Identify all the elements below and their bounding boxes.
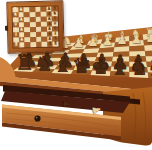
board-square bbox=[55, 65, 76, 70]
inset-black-rook: ♜ bbox=[54, 42, 58, 47]
inset-square: ♜ bbox=[53, 41, 59, 46]
board-square bbox=[129, 67, 148, 73]
board-square bbox=[145, 50, 152, 56]
board-square bbox=[111, 62, 129, 67]
board-square bbox=[76, 62, 95, 67]
inset-board: ♜♟♟♜♞♟♟♞♝♟♟♝♛♟♟♛♚♟♟♚♝♟♟♝♞♟♟♞♜♟♟♜ bbox=[11, 5, 59, 48]
board-square bbox=[80, 53, 98, 58]
inset-white-rook: ♜ bbox=[14, 43, 18, 48]
board-square bbox=[92, 66, 111, 71]
board-square bbox=[95, 57, 113, 62]
drawer-knob[interactable] bbox=[34, 115, 40, 121]
inset-wall-board: ♜♟♟♜♞♟♟♞♝♟♟♝♛♟♟♛♚♟♟♚♝♟♟♝♞♟♟♞♜♟♟♜ bbox=[6, 0, 64, 53]
board-square bbox=[111, 66, 130, 72]
inset-board-frame: ♜♟♟♜♞♟♟♞♝♟♟♝♛♟♟♛♚♟♟♚♝♟♟♝♞♟♟♞♜♟♟♜ bbox=[6, 0, 64, 53]
board-square bbox=[129, 51, 145, 57]
board-square bbox=[146, 56, 152, 62]
board-square bbox=[129, 56, 146, 61]
board-square bbox=[61, 57, 80, 61]
chess-set-product-photo: ♜♞♝♛♚♝♞♜♟♟♟♟♟♟♟♟♟♟♟♟♟♟♟♟♜♞♝♛♚♝♞♜♟♟ ♜♟♟♜♞… bbox=[0, 0, 152, 150]
frame-clasp bbox=[5, 26, 8, 31]
board-square bbox=[113, 52, 129, 57]
drawer-knob-highlight bbox=[36, 117, 38, 119]
board-square bbox=[78, 57, 97, 62]
board-square bbox=[94, 62, 113, 67]
board-square bbox=[129, 45, 145, 51]
board-square bbox=[58, 62, 78, 66]
board-square bbox=[73, 66, 93, 71]
board-square bbox=[146, 62, 152, 68]
inset-white-pawn: ♟ bbox=[20, 43, 24, 48]
board-square bbox=[144, 45, 152, 51]
board-square bbox=[129, 72, 148, 78]
board-square bbox=[110, 71, 129, 77]
board-square bbox=[112, 57, 129, 62]
board-square bbox=[40, 62, 61, 66]
board-square bbox=[97, 52, 114, 57]
inset-black-pawn: ♟ bbox=[48, 42, 52, 47]
board-square bbox=[36, 65, 58, 69]
board-square bbox=[129, 62, 147, 67]
